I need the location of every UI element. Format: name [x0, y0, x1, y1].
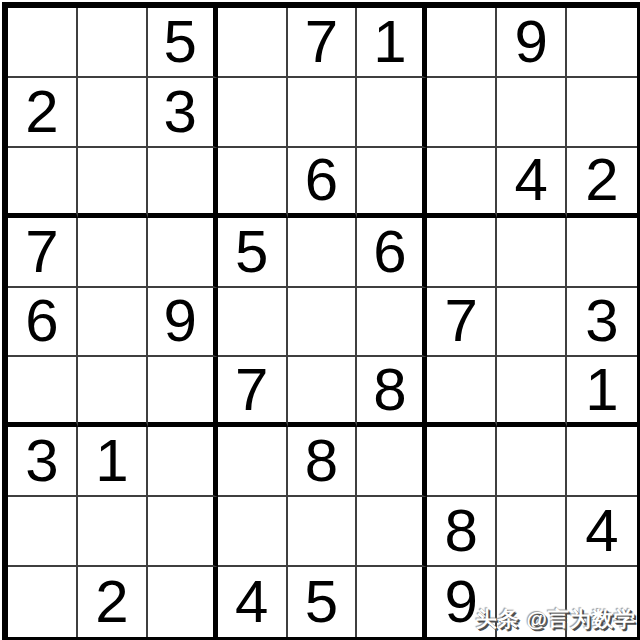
cell-r7c9[interactable]	[567, 427, 637, 497]
cell-r4c9[interactable]	[567, 218, 637, 288]
cell-r9c5[interactable]: 5	[288, 567, 358, 637]
cell-r5c6[interactable]	[357, 288, 427, 358]
cell-r5c8[interactable]	[497, 288, 567, 358]
cell-r1c5[interactable]: 7	[288, 8, 358, 78]
cell-r8c2[interactable]	[78, 497, 148, 567]
cell-r4c7[interactable]	[427, 218, 497, 288]
cell-r2c9[interactable]	[567, 78, 637, 148]
cell-r2c3[interactable]: 3	[148, 78, 218, 148]
cell-r8c7[interactable]: 8	[427, 497, 497, 567]
cell-r6c8[interactable]	[497, 357, 567, 427]
cell-r1c1[interactable]	[8, 8, 78, 78]
cell-r1c2[interactable]	[78, 8, 148, 78]
cell-r2c7[interactable]	[427, 78, 497, 148]
cell-r5c5[interactable]	[288, 288, 358, 358]
cell-r8c4[interactable]	[218, 497, 288, 567]
cell-r7c5[interactable]: 8	[288, 427, 358, 497]
cell-r3c4[interactable]	[218, 148, 288, 218]
cell-r4c5[interactable]	[288, 218, 358, 288]
cell-r6c3[interactable]	[148, 357, 218, 427]
cell-r9c1[interactable]	[8, 567, 78, 637]
cell-r9c2[interactable]: 2	[78, 567, 148, 637]
cell-r3c6[interactable]	[357, 148, 427, 218]
cell-r7c1[interactable]: 3	[8, 427, 78, 497]
cell-r9c6[interactable]	[357, 567, 427, 637]
cell-r3c1[interactable]	[8, 148, 78, 218]
cell-r2c4[interactable]	[218, 78, 288, 148]
cell-r4c2[interactable]	[78, 218, 148, 288]
cell-r9c3[interactable]	[148, 567, 218, 637]
cell-r6c1[interactable]	[8, 357, 78, 427]
cell-r4c6[interactable]: 6	[357, 218, 427, 288]
cell-r7c4[interactable]	[218, 427, 288, 497]
cell-r8c5[interactable]	[288, 497, 358, 567]
cell-r6c9[interactable]: 1	[567, 357, 637, 427]
cell-r8c6[interactable]	[357, 497, 427, 567]
cell-r4c3[interactable]	[148, 218, 218, 288]
cell-r6c6[interactable]: 8	[357, 357, 427, 427]
cell-r3c2[interactable]	[78, 148, 148, 218]
cell-r8c1[interactable]	[8, 497, 78, 567]
cell-r3c9[interactable]: 2	[567, 148, 637, 218]
cell-r3c7[interactable]	[427, 148, 497, 218]
cell-r7c2[interactable]: 1	[78, 427, 148, 497]
cell-r2c1[interactable]: 2	[8, 78, 78, 148]
cell-r3c8[interactable]: 4	[497, 148, 567, 218]
cell-r8c9[interactable]: 4	[567, 497, 637, 567]
cell-r9c4[interactable]: 4	[218, 567, 288, 637]
cell-r8c3[interactable]	[148, 497, 218, 567]
cell-r1c8[interactable]: 9	[497, 8, 567, 78]
cell-r4c4[interactable]: 5	[218, 218, 288, 288]
cell-r3c5[interactable]: 6	[288, 148, 358, 218]
cell-r3c3[interactable]	[148, 148, 218, 218]
cell-r6c7[interactable]	[427, 357, 497, 427]
watermark-text: 头条 @言为数学	[476, 607, 636, 630]
cell-r4c1[interactable]: 7	[8, 218, 78, 288]
cell-r6c5[interactable]	[288, 357, 358, 427]
sudoku-board: 5719236427566973781318842459	[2, 2, 640, 640]
cell-r4c8[interactable]	[497, 218, 567, 288]
cell-r5c7[interactable]: 7	[427, 288, 497, 358]
cell-r5c9[interactable]: 3	[567, 288, 637, 358]
cell-r5c1[interactable]: 6	[8, 288, 78, 358]
cell-r1c7[interactable]	[427, 8, 497, 78]
cell-r6c2[interactable]	[78, 357, 148, 427]
cell-r1c6[interactable]: 1	[357, 8, 427, 78]
cell-r1c4[interactable]	[218, 8, 288, 78]
cell-r5c3[interactable]: 9	[148, 288, 218, 358]
cell-r7c3[interactable]	[148, 427, 218, 497]
cell-r1c3[interactable]: 5	[148, 8, 218, 78]
cell-r2c8[interactable]	[497, 78, 567, 148]
cell-r7c6[interactable]	[357, 427, 427, 497]
cell-r2c2[interactable]	[78, 78, 148, 148]
watermark: 头条 @言为数学	[476, 605, 636, 633]
cell-r5c2[interactable]	[78, 288, 148, 358]
cell-r2c6[interactable]	[357, 78, 427, 148]
cell-r6c4[interactable]: 7	[218, 357, 288, 427]
cell-r7c7[interactable]	[427, 427, 497, 497]
cell-r2c5[interactable]	[288, 78, 358, 148]
cell-r5c4[interactable]	[218, 288, 288, 358]
cell-r7c8[interactable]	[497, 427, 567, 497]
cell-r8c8[interactable]	[497, 497, 567, 567]
cell-r1c9[interactable]	[567, 8, 637, 78]
